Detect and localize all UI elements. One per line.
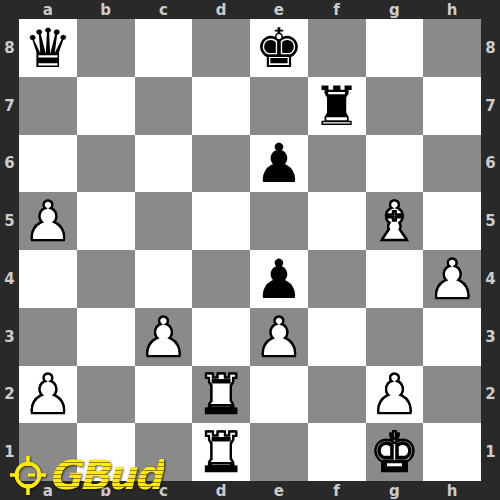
piece-black-rook[interactable]: ♜ — [312, 80, 360, 134]
file-labels-top: abcdefgh — [19, 0, 481, 19]
square-e6[interactable]: ♟ — [250, 135, 308, 193]
square-g6[interactable] — [366, 135, 424, 193]
square-e3[interactable]: ♟ — [250, 308, 308, 366]
square-f2[interactable] — [308, 366, 366, 424]
square-h1[interactable] — [423, 423, 481, 481]
square-b8[interactable] — [77, 19, 135, 77]
piece-white-bishop[interactable]: ♝ — [370, 195, 418, 249]
crosshair-g-icon — [9, 454, 47, 496]
square-b5[interactable] — [77, 192, 135, 250]
piece-white-king[interactable]: ♚ — [370, 426, 418, 480]
square-e8[interactable]: ♚ — [250, 19, 308, 77]
square-h8[interactable] — [423, 19, 481, 77]
piece-white-rook[interactable]: ♜ — [197, 368, 245, 422]
gbud-logo-text: GBud — [48, 459, 164, 491]
file-label-b: b — [77, 0, 135, 19]
file-label-h: h — [423, 0, 481, 19]
square-b7[interactable] — [77, 77, 135, 135]
square-c4[interactable] — [135, 250, 193, 308]
rank-labels-left: 87654321 — [0, 19, 19, 481]
piece-white-pawn[interactable]: ♟ — [428, 253, 476, 307]
rank-label-5: 5 — [481, 192, 500, 250]
rank-label-8: 8 — [481, 19, 500, 77]
square-e1[interactable] — [250, 423, 308, 481]
square-h3[interactable] — [423, 308, 481, 366]
square-h7[interactable] — [423, 77, 481, 135]
piece-black-pawn[interactable]: ♟ — [255, 253, 303, 307]
piece-white-rook[interactable]: ♜ — [197, 426, 245, 480]
square-d8[interactable] — [192, 19, 250, 77]
square-e5[interactable] — [250, 192, 308, 250]
rank-label-7: 7 — [481, 77, 500, 135]
square-a2[interactable]: ♟ — [19, 366, 77, 424]
square-b4[interactable] — [77, 250, 135, 308]
square-f1[interactable] — [308, 423, 366, 481]
square-d3[interactable] — [192, 308, 250, 366]
square-a4[interactable] — [19, 250, 77, 308]
square-c2[interactable] — [135, 366, 193, 424]
rank-label-7: 7 — [0, 77, 19, 135]
file-label-h: h — [423, 481, 481, 500]
square-g7[interactable] — [366, 77, 424, 135]
square-b3[interactable] — [77, 308, 135, 366]
square-g5[interactable]: ♝ — [366, 192, 424, 250]
file-label-e: e — [250, 481, 308, 500]
square-g8[interactable] — [366, 19, 424, 77]
square-f6[interactable] — [308, 135, 366, 193]
rank-label-2: 2 — [481, 366, 500, 424]
square-b6[interactable] — [77, 135, 135, 193]
square-b2[interactable] — [77, 366, 135, 424]
chess-board-frame: abcdefgh abcdefgh 87654321 87654321 ♛♚♜♟… — [0, 0, 500, 500]
rank-label-4: 4 — [481, 250, 500, 308]
square-h2[interactable] — [423, 366, 481, 424]
square-d6[interactable] — [192, 135, 250, 193]
piece-white-pawn[interactable]: ♟ — [24, 195, 72, 249]
square-a6[interactable] — [19, 135, 77, 193]
piece-white-pawn[interactable]: ♟ — [24, 368, 72, 422]
square-h6[interactable] — [423, 135, 481, 193]
square-d2[interactable]: ♜ — [192, 366, 250, 424]
rank-label-3: 3 — [481, 308, 500, 366]
square-a3[interactable] — [19, 308, 77, 366]
square-a5[interactable]: ♟ — [19, 192, 77, 250]
square-d4[interactable] — [192, 250, 250, 308]
square-f8[interactable] — [308, 19, 366, 77]
square-e4[interactable]: ♟ — [250, 250, 308, 308]
square-g1[interactable]: ♚ — [366, 423, 424, 481]
piece-black-king[interactable]: ♚ — [255, 22, 303, 76]
square-e2[interactable] — [250, 366, 308, 424]
rank-labels-right: 87654321 — [481, 19, 500, 481]
piece-white-pawn[interactable]: ♟ — [370, 368, 418, 422]
rank-label-1: 1 — [481, 423, 500, 481]
file-label-g: g — [366, 0, 424, 19]
rank-label-5: 5 — [0, 192, 19, 250]
piece-white-pawn[interactable]: ♟ — [139, 311, 187, 365]
square-f4[interactable] — [308, 250, 366, 308]
square-h4[interactable]: ♟ — [423, 250, 481, 308]
gbud-logo[interactable]: GBud — [9, 454, 164, 496]
square-c8[interactable] — [135, 19, 193, 77]
square-c7[interactable] — [135, 77, 193, 135]
square-d5[interactable] — [192, 192, 250, 250]
rank-label-2: 2 — [0, 366, 19, 424]
square-d1[interactable]: ♜ — [192, 423, 250, 481]
piece-black-pawn[interactable]: ♟ — [255, 137, 303, 191]
square-c5[interactable] — [135, 192, 193, 250]
file-label-f: f — [308, 0, 366, 19]
rank-label-6: 6 — [0, 135, 19, 193]
square-f7[interactable]: ♜ — [308, 77, 366, 135]
square-a8[interactable]: ♛ — [19, 19, 77, 77]
square-c3[interactable]: ♟ — [135, 308, 193, 366]
file-label-d: d — [192, 0, 250, 19]
square-f3[interactable] — [308, 308, 366, 366]
square-c6[interactable] — [135, 135, 193, 193]
piece-white-pawn[interactable]: ♟ — [255, 311, 303, 365]
square-h5[interactable] — [423, 192, 481, 250]
square-g4[interactable] — [366, 250, 424, 308]
square-g2[interactable]: ♟ — [366, 366, 424, 424]
piece-black-queen[interactable]: ♛ — [24, 22, 72, 76]
file-label-f: f — [308, 481, 366, 500]
board: ♛♚♜♟♟♝♟♟♟♟♟♜♟♜♚ — [19, 19, 481, 481]
square-e7[interactable] — [250, 77, 308, 135]
square-g3[interactable] — [366, 308, 424, 366]
rank-label-8: 8 — [0, 19, 19, 77]
file-label-c: c — [135, 0, 193, 19]
rank-label-4: 4 — [0, 250, 19, 308]
square-f5[interactable] — [308, 192, 366, 250]
square-a7[interactable] — [19, 77, 77, 135]
rank-label-3: 3 — [0, 308, 19, 366]
rank-label-6: 6 — [481, 135, 500, 193]
square-d7[interactable] — [192, 77, 250, 135]
